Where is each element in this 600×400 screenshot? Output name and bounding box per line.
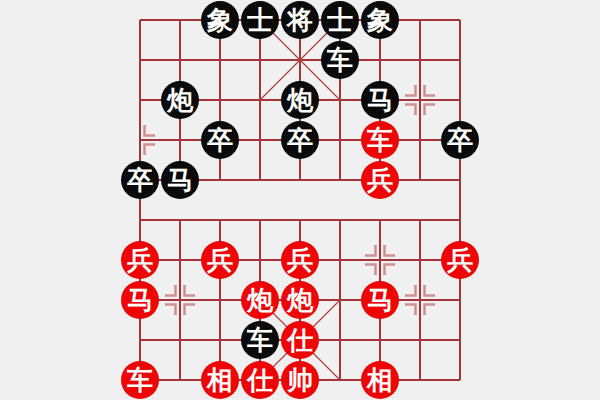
piece-black-advisor[interactable]: 士 (321, 1, 359, 39)
piece-red-pawn[interactable]: 兵 (121, 241, 159, 279)
piece-black-pawn[interactable]: 卒 (201, 121, 239, 159)
piece-black-horse[interactable]: 马 (361, 81, 399, 119)
piece-black-pawn[interactable]: 卒 (441, 121, 479, 159)
piece-red-elephant[interactable]: 相 (201, 361, 239, 399)
piece-red-pawn[interactable]: 兵 (361, 161, 399, 199)
piece-black-general[interactable]: 将 (281, 1, 319, 39)
piece-black-cannon[interactable]: 炮 (161, 81, 199, 119)
piece-black-chariot[interactable]: 车 (321, 41, 359, 79)
piece-black-pawn[interactable]: 卒 (281, 121, 319, 159)
piece-red-horse[interactable]: 马 (361, 281, 399, 319)
piece-red-general[interactable]: 帅 (281, 361, 319, 399)
piece-black-advisor[interactable]: 士 (241, 1, 279, 39)
piece-black-chariot[interactable]: 车 (241, 321, 279, 359)
xiangqi-app-screen: 象士将士象车炮炮马卒卒车卒卒马兵兵兵兵兵马炮炮马车仕车相仕帅相 (0, 0, 600, 400)
piece-red-horse[interactable]: 马 (121, 281, 159, 319)
piece-red-cannon[interactable]: 炮 (281, 281, 319, 319)
piece-red-pawn[interactable]: 兵 (201, 241, 239, 279)
piece-black-pawn[interactable]: 卒 (121, 161, 159, 199)
piece-red-cannon[interactable]: 炮 (241, 281, 279, 319)
piece-red-advisor[interactable]: 仕 (241, 361, 279, 399)
piece-black-elephant[interactable]: 象 (361, 1, 399, 39)
piece-red-chariot[interactable]: 车 (361, 121, 399, 159)
piece-black-horse[interactable]: 马 (161, 161, 199, 199)
piece-red-elephant[interactable]: 相 (361, 361, 399, 399)
piece-red-pawn[interactable]: 兵 (441, 241, 479, 279)
piece-black-elephant[interactable]: 象 (201, 1, 239, 39)
piece-red-chariot[interactable]: 车 (121, 361, 159, 399)
piece-black-cannon[interactable]: 炮 (281, 81, 319, 119)
xiangqi-board[interactable]: 象士将士象车炮炮马卒卒车卒卒马兵兵兵兵兵马炮炮马车仕车相仕帅相 (0, 0, 600, 400)
piece-red-pawn[interactable]: 兵 (281, 241, 319, 279)
piece-red-advisor[interactable]: 仕 (281, 321, 319, 359)
